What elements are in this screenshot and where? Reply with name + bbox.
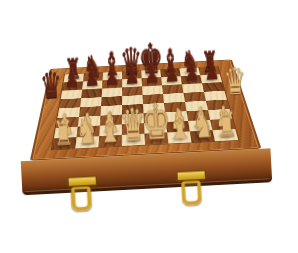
extra-white-queen[interactable]: ♛	[223, 63, 247, 99]
black-pawn[interactable]: ♟	[124, 64, 140, 88]
square-f7[interactable]: ♟	[161, 76, 182, 85]
square-f1[interactable]: ♝	[167, 131, 191, 143]
left-frame-rail-slot: ♛	[44, 102, 60, 103]
square-d1[interactable]: ♛	[122, 134, 145, 146]
square-d7[interactable]: ♟	[122, 78, 142, 87]
latch-loop-icon	[71, 186, 92, 211]
black-pawn[interactable]: ♟	[84, 66, 100, 90]
square-e7[interactable]: ♟	[142, 77, 162, 86]
black-pawn[interactable]: ♟	[144, 62, 160, 86]
square-e1[interactable]: ♚	[145, 133, 169, 145]
square-c7[interactable]: ♟	[102, 79, 122, 88]
brass-latch-left	[67, 176, 96, 211]
chess-board: ♜♞♝♛♚♝♞♜♟♟♟♟♟♟♟♟♟♟♟♟♟♟♟♟♜♞♝♛♚♝♞♜	[52, 67, 238, 150]
square-a1[interactable]: ♜	[52, 137, 77, 149]
white-queen[interactable]: ♛	[118, 103, 146, 147]
extra-black-queen[interactable]: ♛	[40, 68, 63, 104]
white-rook[interactable]: ♜	[52, 117, 73, 150]
product-photo: ♜♞♝♛♚♝♞♜♟♟♟♟♟♟♟♟♟♟♟♟♟♟♟♟♜♞♝♛♚♝♞♜ ♛ ♛	[0, 0, 298, 253]
square-g7[interactable]: ♟	[181, 75, 202, 84]
board-tilt-wrapper: ♜♞♝♛♚♝♞♜♟♟♟♟♟♟♟♟♟♟♟♟♟♟♟♟♜♞♝♛♚♝♞♜ ♛ ♛	[36, 0, 250, 211]
square-b1[interactable]: ♞	[75, 136, 99, 148]
white-knight[interactable]: ♞	[74, 113, 98, 149]
square-b7[interactable]: ♟	[82, 80, 102, 89]
white-bishop[interactable]: ♝	[97, 110, 122, 148]
latch-loop-icon	[181, 180, 202, 205]
white-bishop[interactable]: ♝	[167, 106, 192, 144]
square-h1[interactable]: ♜	[213, 129, 239, 141]
black-pawn[interactable]: ♟	[104, 65, 120, 89]
board-frame: ♜♞♝♛♚♝♞♜♟♟♟♟♟♟♟♟♟♟♟♟♟♟♟♟♜♞♝♛♚♝♞♜ ♛ ♛	[30, 59, 262, 160]
square-g1[interactable]: ♞	[190, 130, 215, 142]
black-pawn[interactable]: ♟	[64, 67, 80, 91]
perspective-container: ♜♞♝♛♚♝♞♜♟♟♟♟♟♟♟♟♟♟♟♟♟♟♟♟♜♞♝♛♚♝♞♜ ♛ ♛	[36, 0, 250, 211]
square-a6[interactable]	[61, 90, 82, 100]
black-pawn[interactable]: ♟	[184, 60, 200, 84]
brass-latch-right	[177, 170, 206, 205]
black-pawn[interactable]: ♟	[164, 61, 180, 85]
white-rook[interactable]: ♜	[215, 109, 236, 142]
square-c1[interactable]: ♝	[99, 135, 122, 147]
black-pawn[interactable]: ♟	[204, 59, 220, 83]
box-front-edge	[21, 148, 273, 195]
white-knight[interactable]: ♞	[191, 107, 215, 143]
